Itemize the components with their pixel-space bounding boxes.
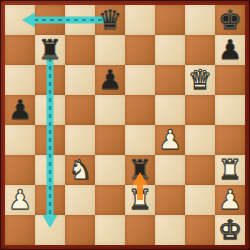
black-queen-d8[interactable]: ♛ [95,5,125,35]
white-knight-c3[interactable]: ♞ [65,155,95,185]
black-pawn-d6[interactable]: ♟ [95,65,125,95]
board-frame: ♛♚♜♟♟♛♟♟♞♜♜♟♜♟♚ [0,0,250,250]
white-queen-g6[interactable]: ♛ [185,65,215,95]
white-rook-h3[interactable]: ♜ [215,155,245,185]
black-rook-e3[interactable]: ♜ [125,155,155,185]
black-king-h8[interactable]: ♚ [215,5,245,35]
white-king-h1[interactable]: ♚ [215,215,245,245]
piece-layer: ♛♚♜♟♟♛♟♟♞♜♜♟♜♟♚ [5,5,245,245]
black-rook-b7[interactable]: ♜ [35,35,65,65]
white-pawn-f4[interactable]: ♟ [155,125,185,155]
chess-app: ♛♚♜♟♟♛♟♟♞♜♜♟♜♟♚ [0,0,250,250]
chess-board: ♛♚♜♟♟♛♟♟♞♜♜♟♜♟♚ [5,5,245,245]
white-rook-e2[interactable]: ♜ [125,185,155,215]
white-pawn-h2[interactable]: ♟ [215,185,245,215]
white-pawn-a2[interactable]: ♟ [5,185,35,215]
black-pawn-h7[interactable]: ♟ [215,35,245,65]
black-pawn-a5[interactable]: ♟ [5,95,35,125]
